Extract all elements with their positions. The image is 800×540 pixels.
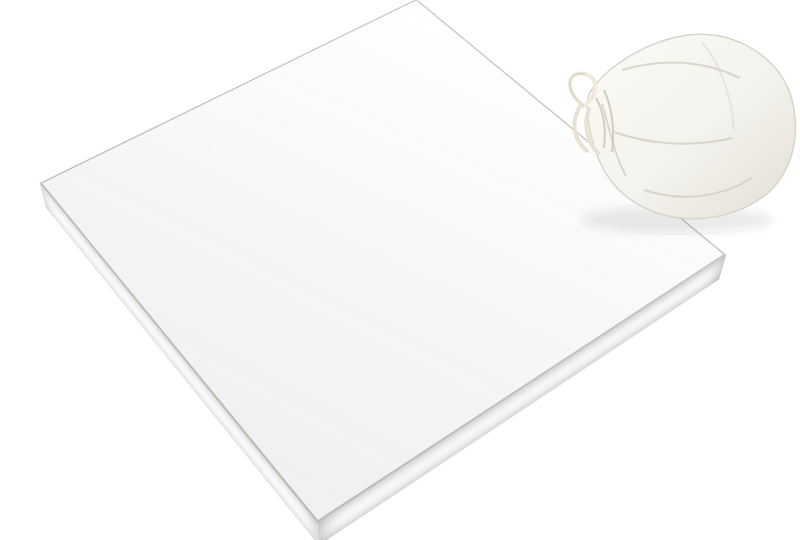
checkers-product-photo [0, 0, 800, 540]
drawstring-bag [552, 12, 800, 250]
bag-body [587, 34, 795, 218]
